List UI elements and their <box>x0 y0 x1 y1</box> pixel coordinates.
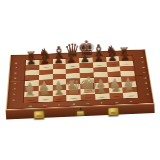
rank-label-8: 8 <box>15 62 18 64</box>
brass-clasp-right-icon[interactable] <box>107 107 119 116</box>
file-label-e: e <box>86 103 89 105</box>
chess-set-photo: abcdefgh8877665544332211 ♜♞♝♛♚♝♞♜♟♟♟♟♟♟♟… <box>0 0 160 160</box>
rank-label-4: 4 <box>13 83 16 85</box>
brass-clasp-left-icon[interactable] <box>33 110 45 119</box>
rank-label-7: 7 <box>14 67 17 69</box>
perspective-container: abcdefgh8877665544332211 ♜♞♝♛♚♝♞♜♟♟♟♟♟♟♟… <box>0 0 160 160</box>
scene-tilt-wrapper: abcdefgh8877665544332211 ♜♞♝♛♚♝♞♜♟♟♟♟♟♟♟… <box>0 0 160 160</box>
rank-label-5: 5 <box>143 72 146 74</box>
file-label-h: h <box>129 101 132 103</box>
clasp-hook <box>110 112 115 114</box>
piece-white-bishop-f1[interactable]: ♝ <box>93 79 108 98</box>
rank-label-3: 3 <box>13 88 16 90</box>
rank-label-2: 2 <box>12 94 15 96</box>
rank-label-1: 1 <box>146 94 149 96</box>
rank-label-8: 8 <box>141 57 144 59</box>
rank-label-2: 2 <box>145 88 148 90</box>
file-label-g: g <box>115 102 118 104</box>
brass-hinge-center-icon <box>76 110 85 117</box>
piece-white-rook-h1[interactable]: ♜ <box>122 81 137 96</box>
rank-label-3: 3 <box>145 83 148 85</box>
file-label-a: a <box>29 105 32 107</box>
file-label-b: b <box>43 105 46 107</box>
rank-label-7: 7 <box>141 62 144 64</box>
piece-white-rook-a1[interactable]: ♜ <box>22 85 37 100</box>
piece-white-knight-b1[interactable]: ♞ <box>36 83 51 100</box>
file-label-f: f <box>101 102 103 104</box>
file-label-d: d <box>72 103 75 105</box>
rank-label-6: 6 <box>142 67 145 69</box>
rank-label-1: 1 <box>12 99 15 101</box>
rank-label-5: 5 <box>14 78 17 80</box>
piece-white-knight-g1[interactable]: ♞ <box>107 80 122 97</box>
clasp-hook <box>36 115 41 117</box>
piece-white-bishop-c1[interactable]: ♝ <box>51 81 66 100</box>
rank-label-4: 4 <box>144 77 147 79</box>
chess-board: abcdefgh8877665544332211 ♜♞♝♛♚♝♞♜♟♟♟♟♟♟♟… <box>6 49 155 110</box>
rank-label-6: 6 <box>14 72 17 74</box>
file-label-c: c <box>58 104 61 106</box>
piece-white-king-e1[interactable]: ♚ <box>79 75 94 98</box>
